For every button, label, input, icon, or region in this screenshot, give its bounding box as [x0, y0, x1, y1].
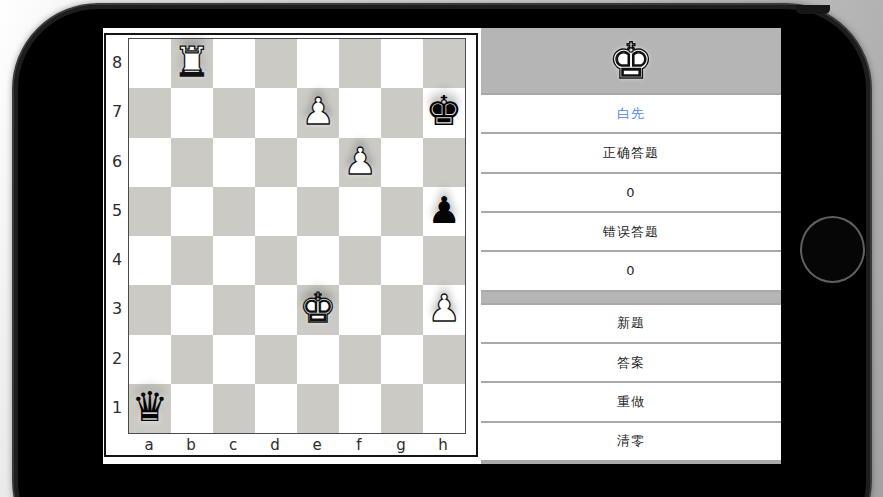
- square-b3[interactable]: [171, 285, 213, 334]
- square-h5[interactable]: ♟: [423, 187, 465, 236]
- rank-label-5: 5: [106, 186, 128, 235]
- file-label-f: f: [338, 435, 380, 455]
- square-h6[interactable]: [423, 138, 465, 187]
- square-a1[interactable]: ♛: [129, 384, 171, 433]
- square-c3[interactable]: [213, 285, 255, 334]
- chessboard[interactable]: ♜♟♚♟♟♚♟♛: [128, 38, 466, 434]
- square-d3[interactable]: [255, 285, 297, 334]
- square-c6[interactable]: [213, 138, 255, 187]
- chessboard-pane: 87654321 ♜♟♚♟♟♚♟♛ abcdefgh: [103, 28, 481, 464]
- square-e1[interactable]: [297, 384, 339, 433]
- square-a5[interactable]: [129, 187, 171, 236]
- rank-label-2: 2: [106, 334, 128, 383]
- square-b5[interactable]: [171, 187, 213, 236]
- wrong-count-value: 0: [481, 252, 781, 289]
- turn-indicator[interactable]: 白先: [481, 95, 781, 132]
- square-a4[interactable]: [129, 236, 171, 285]
- piece-white-pawn-f6[interactable]: ♟: [343, 143, 376, 180]
- new-puzzle-button[interactable]: 新题: [481, 305, 781, 342]
- square-f4[interactable]: [339, 236, 381, 285]
- home-button[interactable]: [800, 216, 865, 283]
- square-d4[interactable]: [255, 236, 297, 285]
- square-b2[interactable]: [171, 335, 213, 384]
- redo-button[interactable]: 重做: [481, 383, 781, 420]
- rank-labels: 87654321: [106, 38, 128, 432]
- file-label-a: a: [128, 435, 170, 455]
- chessboard-card: 87654321 ♜♟♚♟♟♚♟♛ abcdefgh: [104, 33, 478, 457]
- square-b8[interactable]: ♜: [171, 39, 213, 88]
- clear-button[interactable]: 清零: [481, 423, 781, 460]
- square-d2[interactable]: [255, 335, 297, 384]
- square-g7[interactable]: [381, 88, 423, 137]
- square-h1[interactable]: [423, 384, 465, 433]
- piece-black-queen-a1[interactable]: ♛: [132, 387, 169, 428]
- square-g2[interactable]: [381, 335, 423, 384]
- piece-black-king-h7[interactable]: ♚: [426, 91, 463, 132]
- square-c1[interactable]: [213, 384, 255, 433]
- white-king-icon: ♚: [609, 36, 654, 86]
- square-d8[interactable]: [255, 39, 297, 88]
- square-c7[interactable]: [213, 88, 255, 137]
- square-h4[interactable]: [423, 236, 465, 285]
- section-spacer: [481, 292, 781, 303]
- square-f5[interactable]: [339, 187, 381, 236]
- square-f7[interactable]: [339, 88, 381, 137]
- square-e3[interactable]: ♚: [297, 285, 339, 334]
- square-h7[interactable]: ♚: [423, 88, 465, 137]
- scene: 87654321 ♜♟♚♟♟♚♟♛ abcdefgh ♚ 白先正确答题0错误答题…: [0, 0, 883, 497]
- square-f6[interactable]: ♟: [339, 138, 381, 187]
- power-button[interactable]: [796, 5, 830, 14]
- square-g1[interactable]: [381, 384, 423, 433]
- rank-label-6: 6: [106, 137, 128, 186]
- square-a8[interactable]: [129, 39, 171, 88]
- square-c8[interactable]: [213, 39, 255, 88]
- square-g3[interactable]: [381, 285, 423, 334]
- panel-header: ♚: [481, 28, 781, 93]
- square-f1[interactable]: [339, 384, 381, 433]
- piece-white-pawn-h3[interactable]: ♟: [427, 290, 460, 327]
- piece-black-pawn-h5[interactable]: ♟: [427, 192, 460, 229]
- square-a2[interactable]: [129, 335, 171, 384]
- square-b4[interactable]: [171, 236, 213, 285]
- rank-label-3: 3: [106, 284, 128, 333]
- app-screen: 87654321 ♜♟♚♟♟♚♟♛ abcdefgh ♚ 白先正确答题0错误答题…: [103, 28, 781, 464]
- correct-count-value: 0: [481, 174, 781, 211]
- square-e2[interactable]: [297, 335, 339, 384]
- square-e4[interactable]: [297, 236, 339, 285]
- control-panel: ♚ 白先正确答题0错误答题0新题答案重做清零: [481, 28, 781, 464]
- rank-label-8: 8: [106, 38, 128, 87]
- square-b6[interactable]: [171, 138, 213, 187]
- answer-button[interactable]: 答案: [481, 344, 781, 381]
- wrong-count-label: 错误答题: [481, 213, 781, 250]
- square-f2[interactable]: [339, 335, 381, 384]
- file-label-d: d: [254, 435, 296, 455]
- square-g4[interactable]: [381, 236, 423, 285]
- square-d6[interactable]: [255, 138, 297, 187]
- correct-count-label: 正确答题: [481, 134, 781, 171]
- piece-white-king-e3[interactable]: ♚: [300, 288, 337, 329]
- rank-label-4: 4: [106, 235, 128, 284]
- square-d1[interactable]: [255, 384, 297, 433]
- square-g5[interactable]: [381, 187, 423, 236]
- file-labels: abcdefgh: [128, 435, 464, 455]
- square-a3[interactable]: [129, 285, 171, 334]
- square-d5[interactable]: [255, 187, 297, 236]
- square-h2[interactable]: [423, 335, 465, 384]
- square-c4[interactable]: [213, 236, 255, 285]
- square-h3[interactable]: ♟: [423, 285, 465, 334]
- square-f3[interactable]: [339, 285, 381, 334]
- rank-label-7: 7: [106, 87, 128, 136]
- piece-white-rook-b8[interactable]: ♜: [174, 42, 211, 83]
- file-label-b: b: [170, 435, 212, 455]
- square-g6[interactable]: [381, 138, 423, 187]
- piece-white-pawn-e7[interactable]: ♟: [301, 93, 334, 130]
- square-c5[interactable]: [213, 187, 255, 236]
- square-b7[interactable]: [171, 88, 213, 137]
- square-a6[interactable]: [129, 138, 171, 187]
- square-g8[interactable]: [381, 39, 423, 88]
- square-e8[interactable]: [297, 39, 339, 88]
- square-f8[interactable]: [339, 39, 381, 88]
- square-e6[interactable]: [297, 138, 339, 187]
- square-e5[interactable]: [297, 187, 339, 236]
- rank-label-1: 1: [106, 383, 128, 432]
- square-h8[interactable]: [423, 39, 465, 88]
- file-label-h: h: [422, 435, 464, 455]
- file-label-c: c: [212, 435, 254, 455]
- square-c2[interactable]: [213, 335, 255, 384]
- square-d7[interactable]: [255, 88, 297, 137]
- square-e7[interactable]: ♟: [297, 88, 339, 137]
- file-label-e: e: [296, 435, 338, 455]
- square-a7[interactable]: [129, 88, 171, 137]
- file-label-g: g: [380, 435, 422, 455]
- square-b1[interactable]: [171, 384, 213, 433]
